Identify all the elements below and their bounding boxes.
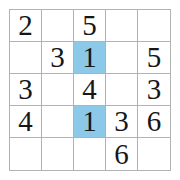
grid-cell-r3c4[interactable]: [106, 74, 138, 106]
grid-cell-r1c1[interactable]: 2: [10, 10, 42, 42]
grid-cell-r1c4[interactable]: [106, 10, 138, 42]
grid-cell-r4c1[interactable]: 4: [10, 106, 42, 138]
grid-cell-r5c2[interactable]: [42, 138, 74, 170]
grid-cell-r1c2[interactable]: [42, 10, 74, 42]
grid-cell-r3c2[interactable]: [42, 74, 74, 106]
puzzle-grid: 2531534341366: [9, 9, 171, 171]
grid-cell-r5c1[interactable]: [10, 138, 42, 170]
grid-cell-r3c5[interactable]: 3: [138, 74, 170, 106]
grid-cell-r2c2[interactable]: 3: [42, 42, 74, 74]
grid-cell-r5c5[interactable]: [138, 138, 170, 170]
grid-cell-r1c3[interactable]: 5: [74, 10, 106, 42]
grid-cell-r1c5[interactable]: [138, 10, 170, 42]
grid-cell-r2c1[interactable]: [10, 42, 42, 74]
grid-cell-r4c4[interactable]: 3: [106, 106, 138, 138]
grid-cell-r2c5[interactable]: 5: [138, 42, 170, 74]
grid-cell-r2c4[interactable]: [106, 42, 138, 74]
grid-cell-r4c2[interactable]: [42, 106, 74, 138]
grid-cell-r5c3[interactable]: [74, 138, 106, 170]
grid-cell-r5c4[interactable]: 6: [106, 138, 138, 170]
grid-cell-r3c3[interactable]: 4: [74, 74, 106, 106]
grid-cell-r4c5[interactable]: 6: [138, 106, 170, 138]
grid-cell-r2c3[interactable]: 1: [74, 42, 106, 74]
grid-cell-r4c3[interactable]: 1: [74, 106, 106, 138]
grid-cell-r3c1[interactable]: 3: [10, 74, 42, 106]
